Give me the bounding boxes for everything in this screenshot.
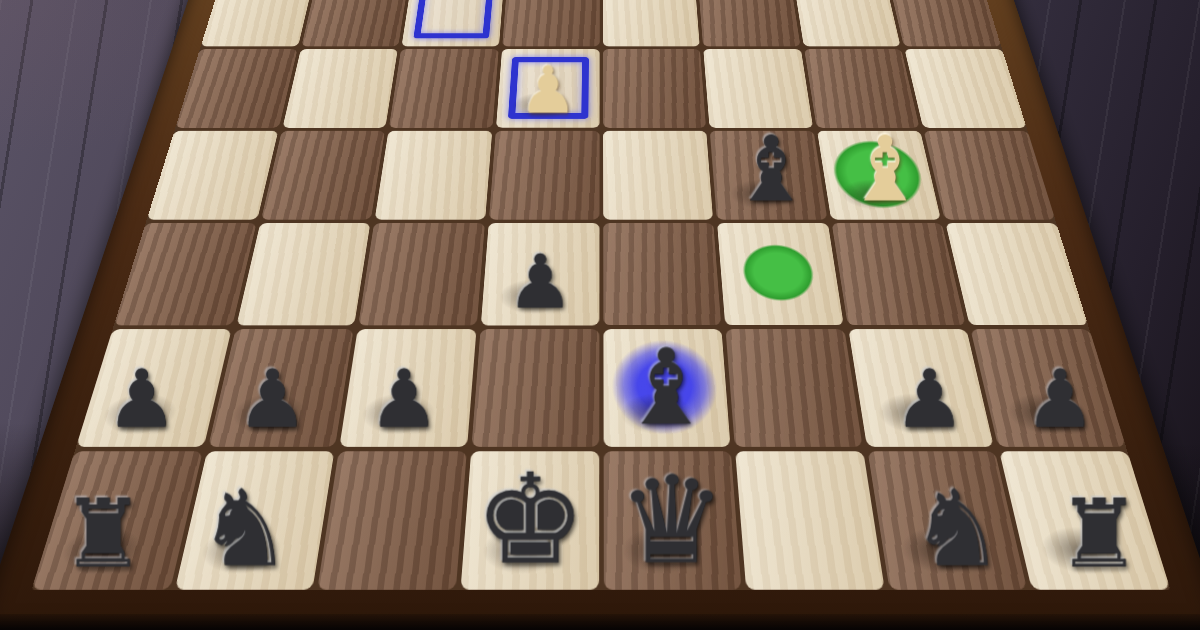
black-knight-g8[interactable]: ♞ xyxy=(170,476,321,582)
square-h3[interactable] xyxy=(201,0,315,46)
chess-board-frame: ♟♝♝♟♟♟♟♝♟♟♜♞♚♛♞♜ xyxy=(0,0,1200,630)
square-h6[interactable] xyxy=(114,223,256,325)
black-bishop-c5[interactable]: ♝ xyxy=(711,124,832,215)
square-f6[interactable] xyxy=(358,223,484,325)
black-rook-a8[interactable]: ♜ xyxy=(1024,487,1175,581)
square-e5[interactable] xyxy=(489,130,599,219)
square-e4[interactable]: ♟ xyxy=(496,49,599,128)
square-g4[interactable] xyxy=(282,49,398,128)
square-f4[interactable] xyxy=(389,49,499,128)
last-move-from-highlight-f3 xyxy=(414,0,494,38)
chess-game-scene: ♟♝♝♟♟♟♟♝♟♟♜♞♚♛♞♜ xyxy=(0,0,1200,630)
square-f7[interactable]: ♟ xyxy=(340,329,477,447)
white-bishop-b5[interactable]: ♝ xyxy=(825,124,946,215)
square-d8[interactable]: ♛ xyxy=(603,452,741,590)
square-a8[interactable]: ♜ xyxy=(1000,452,1171,590)
square-d5[interactable] xyxy=(603,130,713,219)
square-b3[interactable] xyxy=(793,0,901,46)
white-pawn-e4[interactable]: ♟ xyxy=(491,58,604,123)
square-f3[interactable] xyxy=(402,0,505,46)
square-c8[interactable] xyxy=(735,452,884,590)
square-g6[interactable] xyxy=(236,223,370,325)
square-e7[interactable] xyxy=(471,329,599,447)
black-knight-b8[interactable]: ♞ xyxy=(881,476,1032,582)
square-d4[interactable] xyxy=(603,49,706,128)
board-front-shadow xyxy=(0,614,1200,630)
square-h5[interactable] xyxy=(147,130,278,219)
square-g7[interactable]: ♟ xyxy=(208,329,354,447)
square-c6[interactable] xyxy=(717,223,843,325)
black-pawn-h7[interactable]: ♟ xyxy=(72,360,211,440)
square-a3[interactable] xyxy=(888,0,1002,46)
square-d6[interactable] xyxy=(603,223,721,325)
chess-board: ♟♝♝♟♟♟♟♝♟♟♜♞♚♛♞♜ xyxy=(32,0,1171,590)
square-b7[interactable]: ♟ xyxy=(848,329,994,447)
black-pawn-a7[interactable]: ♟ xyxy=(991,360,1130,440)
black-king-e8[interactable]: ♚ xyxy=(454,457,605,582)
square-b5[interactable]: ♝ xyxy=(817,130,941,219)
square-e3[interactable] xyxy=(502,0,599,46)
legal-move-dot-c6[interactable] xyxy=(740,244,818,301)
black-queen-d8[interactable]: ♛ xyxy=(597,461,748,582)
square-d3[interactable] xyxy=(603,0,700,46)
black-pawn-e6[interactable]: ♟ xyxy=(475,245,604,319)
board-scene: ♟♝♝♟♟♟♟♝♟♟♜♞♚♛♞♜ xyxy=(145,0,1057,585)
square-g3[interactable] xyxy=(301,0,409,46)
black-rook-h8[interactable]: ♜ xyxy=(27,487,178,581)
square-e8[interactable]: ♚ xyxy=(460,452,598,590)
board-perspective-wrapper: ♟♝♝♟♟♟♟♝♟♟♜♞♚♛♞♜ xyxy=(174,37,1026,484)
black-pawn-g7[interactable]: ♟ xyxy=(203,360,342,440)
square-b8[interactable]: ♞ xyxy=(868,452,1028,590)
square-c7[interactable] xyxy=(726,329,863,447)
square-a7[interactable]: ♟ xyxy=(971,329,1126,447)
square-c5[interactable]: ♝ xyxy=(710,130,827,219)
square-h4[interactable] xyxy=(175,49,297,128)
black-pawn-b7[interactable]: ♟ xyxy=(859,360,998,440)
square-d7[interactable]: ♝ xyxy=(603,329,731,447)
square-g8[interactable]: ♞ xyxy=(175,452,335,590)
square-a6[interactable] xyxy=(946,223,1088,325)
square-g5[interactable] xyxy=(261,130,385,219)
black-pawn-f7[interactable]: ♟ xyxy=(334,360,473,440)
square-b6[interactable] xyxy=(831,223,965,325)
square-f8[interactable] xyxy=(317,452,466,590)
square-c3[interactable] xyxy=(698,0,801,46)
square-f5[interactable] xyxy=(375,130,492,219)
square-e6[interactable]: ♟ xyxy=(481,223,599,325)
black-bishop-d7[interactable]: ♝ xyxy=(597,336,736,441)
